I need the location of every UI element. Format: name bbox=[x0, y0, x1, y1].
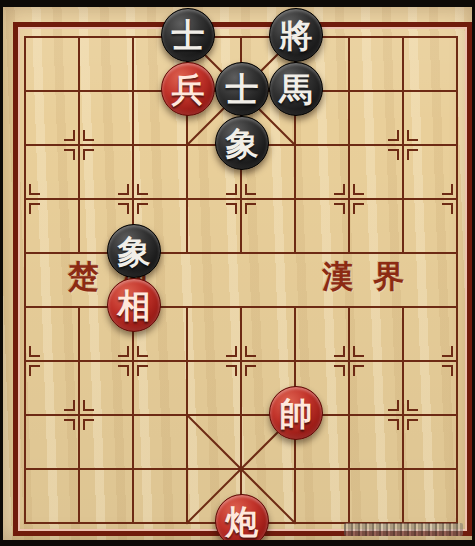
piece-black-elephant-2[interactable]: 象 bbox=[107, 224, 161, 278]
letterbox-bar-bottom bbox=[0, 540, 475, 546]
xiangqi-app-screen: 楚河 漢界 士將兵士馬象象相帥炮 bbox=[0, 0, 475, 546]
piece-red-general[interactable]: 帥 bbox=[269, 386, 323, 440]
piece-black-horse[interactable]: 馬 bbox=[269, 62, 323, 116]
piece-red-soldier[interactable]: 兵 bbox=[161, 62, 215, 116]
piece-red-elephant[interactable]: 相 bbox=[107, 278, 161, 332]
watermark bbox=[344, 523, 463, 536]
letterbox-bar-top bbox=[0, 0, 475, 7]
piece-red-cannon[interactable]: 炮 bbox=[215, 494, 269, 546]
river-label-right: 漢界 bbox=[322, 259, 424, 293]
piece-black-advisor-1[interactable]: 士 bbox=[161, 8, 215, 62]
piece-black-general[interactable]: 將 bbox=[269, 8, 323, 62]
piece-black-advisor-2[interactable]: 士 bbox=[215, 62, 269, 116]
piece-black-elephant-1[interactable]: 象 bbox=[215, 116, 269, 170]
